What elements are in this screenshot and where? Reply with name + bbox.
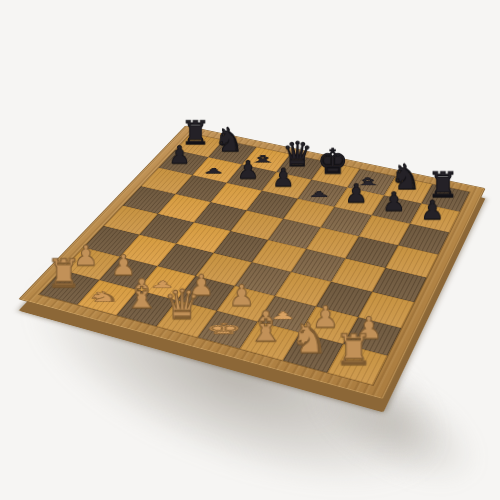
black-pawn-piece: ♟ [264,165,302,190]
white-rook-piece: ♜ [330,329,378,372]
black-knight-piece: ♞ [210,124,247,157]
white-bishop-piece: ♝ [242,306,288,348]
square-g5 [345,236,398,268]
white-queen-piece: ♛ [159,284,204,325]
white-knight-piece: ♞ [285,317,332,359]
studio-scene: ♜♞♝♛♚♝♞♜♟♟♟♟♟♟♟♟♟♟♟♟♟♟♟♟♜♞♝♛♚♝♞♜ [0,0,500,500]
black-pawn-piece: ♟ [374,189,414,215]
black-pawn-piece: ♟ [161,143,198,168]
white-bishop-piece: ♝ [119,274,164,314]
black-pawn-piece: ♟ [336,180,375,206]
black-pawn-piece: ♟ [412,197,452,223]
black-pawn-piece: ♟ [194,167,232,174]
white-king-piece: ♚ [200,322,246,337]
black-king-piece: ♚ [314,145,352,179]
black-pawn-piece: ♟ [229,157,267,182]
white-rook-piece: ♜ [42,254,86,293]
black-pawn-piece: ♟ [300,190,339,198]
